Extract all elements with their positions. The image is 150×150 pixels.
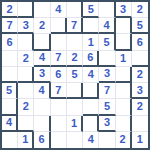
cell-r3c4[interactable] xyxy=(51,34,67,50)
cell-r5c1[interactable] xyxy=(2,67,18,83)
cell-r7c3[interactable] xyxy=(34,99,50,115)
cell-r2c6[interactable] xyxy=(83,18,99,34)
given-digit: 4 xyxy=(88,134,94,145)
given-digit: 4 xyxy=(38,85,44,96)
cell-r7c6[interactable] xyxy=(83,99,99,115)
cell-r5c5[interactable]: 5 xyxy=(67,67,83,83)
cell-r9c3[interactable]: 6 xyxy=(34,132,50,148)
cell-r3c9[interactable]: 6 xyxy=(132,34,148,50)
cell-r1c6[interactable]: 5 xyxy=(83,2,99,18)
cell-r8c2[interactable] xyxy=(18,116,34,132)
cell-r6c8[interactable] xyxy=(116,83,132,99)
given-digit: 5 xyxy=(71,69,77,80)
given-digit: 6 xyxy=(55,69,61,80)
given-digit: 5 xyxy=(88,4,94,15)
cell-r9c8[interactable]: 2 xyxy=(116,132,132,148)
cell-r2c9[interactable]: 5 xyxy=(132,18,148,34)
given-digit: 4 xyxy=(55,4,61,15)
given-digit: 7 xyxy=(104,85,110,96)
cell-r5c9[interactable]: 2 xyxy=(132,67,148,83)
cell-r9c4[interactable] xyxy=(51,132,67,148)
given-digit: 1 xyxy=(88,37,94,48)
cell-r2c4[interactable] xyxy=(51,18,67,34)
given-digit: 3 xyxy=(104,117,110,128)
cell-r2c7[interactable]: 4 xyxy=(99,18,115,34)
cell-r9c2[interactable]: 1 xyxy=(18,132,34,148)
cell-r8c5[interactable]: 1 xyxy=(67,116,83,132)
cell-r6c1[interactable]: 5 xyxy=(2,83,18,99)
given-digit: 2 xyxy=(120,134,126,145)
given-digit: 2 xyxy=(137,69,143,80)
given-digit: 5 xyxy=(104,101,110,112)
cell-r7c5[interactable] xyxy=(67,99,83,115)
given-digit: 2 xyxy=(7,4,13,15)
cell-r2c5[interactable]: 7 xyxy=(67,18,83,34)
cell-r6c3[interactable]: 4 xyxy=(34,83,50,99)
cell-r1c2[interactable] xyxy=(18,2,34,18)
cell-r6c2[interactable] xyxy=(18,83,34,99)
cell-r4c3[interactable]: 4 xyxy=(34,51,50,67)
given-digit: 7 xyxy=(71,20,77,31)
cell-r2c2[interactable]: 3 xyxy=(18,18,34,34)
cell-r5c7[interactable]: 3 xyxy=(99,67,115,83)
cell-r7c4[interactable] xyxy=(51,99,67,115)
cell-r5c4[interactable]: 6 xyxy=(51,67,67,83)
cell-r1c7[interactable] xyxy=(99,2,115,18)
cell-r9c5[interactable] xyxy=(67,132,83,148)
given-digit: 2 xyxy=(71,52,77,63)
cell-r9c6[interactable]: 4 xyxy=(83,132,99,148)
given-digit: 2 xyxy=(23,53,29,64)
given-digit: 5 xyxy=(137,20,143,31)
cell-r1c3[interactable] xyxy=(34,2,50,18)
cell-r5c8[interactable] xyxy=(116,67,132,83)
cell-r6c9[interactable]: 3 xyxy=(132,83,148,99)
cell-r7c1[interactable] xyxy=(2,99,18,115)
given-digit: 5 xyxy=(103,37,109,48)
given-digit: 4 xyxy=(88,69,94,80)
cell-r8c3[interactable] xyxy=(34,116,50,132)
given-digit: 3 xyxy=(104,68,110,79)
cell-r4c4[interactable]: 7 xyxy=(51,51,67,67)
given-digit: 3 xyxy=(23,20,29,31)
cell-r3c7[interactable]: 5 xyxy=(99,34,115,50)
given-digit: 4 xyxy=(103,20,109,31)
given-digit: 4 xyxy=(39,52,45,63)
given-digit: 6 xyxy=(38,134,44,145)
given-digit: 2 xyxy=(137,4,143,15)
given-digit: 2 xyxy=(137,101,143,112)
cell-r5c2[interactable] xyxy=(18,67,34,83)
given-digit: 3 xyxy=(137,85,143,96)
cell-r8c7[interactable]: 3 xyxy=(99,116,115,132)
given-digit: 4 xyxy=(6,117,12,128)
cell-r5c3[interactable]: 3 xyxy=(34,67,50,83)
cell-r7c8[interactable] xyxy=(116,99,132,115)
cell-r3c2[interactable] xyxy=(18,34,34,50)
cell-r6c4[interactable]: 7 xyxy=(51,83,67,99)
given-digit: 6 xyxy=(87,52,93,63)
given-digit: 1 xyxy=(71,118,77,129)
cell-r3c8[interactable] xyxy=(116,34,132,50)
cell-r9c7[interactable] xyxy=(99,132,115,148)
cell-r8c8[interactable] xyxy=(116,116,132,132)
cell-r3c3[interactable] xyxy=(34,34,50,50)
cell-r3c5[interactable] xyxy=(67,34,83,50)
cell-r4c6[interactable]: 6 xyxy=(83,51,99,67)
given-digit: 1 xyxy=(22,134,28,145)
cell-r3c1[interactable]: 6 xyxy=(2,34,18,50)
given-digit: 2 xyxy=(23,101,29,112)
cell-r8c4[interactable] xyxy=(51,116,67,132)
cell-r4c5[interactable]: 2 xyxy=(67,51,83,67)
cell-r7c9[interactable]: 2 xyxy=(132,99,148,115)
given-digit: 1 xyxy=(137,134,143,145)
given-digit: 2 xyxy=(39,20,45,31)
given-digit: 6 xyxy=(137,37,143,48)
cell-r8c6[interactable] xyxy=(83,116,99,132)
cell-r9c9[interactable]: 1 xyxy=(132,132,148,148)
given-digit: 3 xyxy=(39,68,45,79)
cell-r4c1[interactable] xyxy=(2,51,18,67)
cell-r4c2[interactable]: 2 xyxy=(18,51,34,67)
cell-r6c5[interactable] xyxy=(67,83,83,99)
cell-r1c9[interactable]: 2 xyxy=(132,2,148,18)
puzzle-board: 2453273274561562472613654325477325241316… xyxy=(0,0,150,150)
cell-r2c8[interactable] xyxy=(116,18,132,34)
given-digit: 7 xyxy=(55,52,61,63)
cell-r9c1[interactable] xyxy=(2,132,18,148)
cell-r4c8[interactable]: 1 xyxy=(116,51,132,67)
cell-r1c5[interactable] xyxy=(67,2,83,18)
cell-r4c7[interactable] xyxy=(99,51,115,67)
cell-r3c6[interactable]: 1 xyxy=(83,34,99,50)
given-digit: 7 xyxy=(7,20,13,31)
cell-r5c6[interactable]: 4 xyxy=(83,67,99,83)
cell-r6c6[interactable] xyxy=(83,83,99,99)
cell-r4c9[interactable] xyxy=(132,51,148,67)
cell-r6c7[interactable]: 7 xyxy=(99,83,115,99)
cell-r7c7[interactable]: 5 xyxy=(99,99,115,115)
cell-r1c4[interactable]: 4 xyxy=(51,2,67,18)
cell-r2c3[interactable]: 2 xyxy=(34,18,50,34)
cell-r1c8[interactable]: 3 xyxy=(116,2,132,18)
cell-r8c1[interactable]: 4 xyxy=(2,116,18,132)
given-digit: 6 xyxy=(7,37,13,48)
cell-r2c1[interactable]: 7 xyxy=(2,18,18,34)
cell-r7c2[interactable]: 2 xyxy=(18,99,34,115)
given-digit: 5 xyxy=(6,85,12,96)
given-digit: 1 xyxy=(120,53,126,64)
given-digit: 7 xyxy=(55,85,61,96)
cell-r1c1[interactable]: 2 xyxy=(2,2,18,18)
cell-r8c9[interactable] xyxy=(132,116,148,132)
given-digit: 3 xyxy=(120,4,126,15)
